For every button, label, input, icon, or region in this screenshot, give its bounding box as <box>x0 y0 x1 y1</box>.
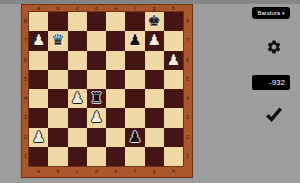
square-b1[interactable] <box>48 147 67 166</box>
file-label-b: b <box>48 169 67 174</box>
rank-label-5: 5 <box>22 70 29 89</box>
square-f1[interactable] <box>125 147 144 166</box>
square-g2[interactable] <box>145 128 164 147</box>
square-a7[interactable]: ♟ <box>29 31 48 50</box>
square-h8[interactable] <box>164 12 183 31</box>
file-label-a: a <box>29 169 48 174</box>
rank-label-4: 4 <box>183 89 192 108</box>
square-e3[interactable] <box>106 108 125 127</box>
rank-label-7: 7 <box>183 31 192 50</box>
square-d3[interactable]: ♟ <box>87 108 106 127</box>
eval-display[interactable]: -932 <box>252 75 290 90</box>
app-screen: abcdefgh 87654321 ♚♟♛♟♟♟♟♜♟♟♟ 87654321 a… <box>0 0 300 183</box>
rank-label-3: 3 <box>22 108 29 127</box>
square-c1[interactable] <box>68 147 87 166</box>
square-h2[interactable] <box>164 128 183 147</box>
square-h4[interactable] <box>164 89 183 108</box>
white-pawn: ♟ <box>164 51 183 70</box>
chess-board-frame: abcdefgh 87654321 ♚♟♛♟♟♟♟♜♟♟♟ 87654321 a… <box>21 4 193 178</box>
square-f5[interactable] <box>125 70 144 89</box>
square-d7[interactable] <box>87 31 106 50</box>
square-h6[interactable]: ♟ <box>164 51 183 70</box>
square-f8[interactable] <box>125 12 144 31</box>
rank-label-8: 8 <box>22 12 29 31</box>
white-pawn: ♟ <box>87 108 106 127</box>
square-e6[interactable] <box>106 51 125 70</box>
rank-label-6: 6 <box>22 51 29 70</box>
square-g1[interactable] <box>145 147 164 166</box>
rank-label-1: 1 <box>183 147 192 166</box>
square-b4[interactable] <box>48 89 67 108</box>
engine-select-label: Bandura <box>257 10 280 16</box>
square-g7[interactable]: ♟ <box>145 31 164 50</box>
rank-label-3: 3 <box>183 108 192 127</box>
square-h1[interactable] <box>164 147 183 166</box>
file-label-e: e <box>106 169 125 174</box>
file-labels-top: abcdefgh <box>29 5 183 12</box>
square-c2[interactable] <box>68 128 87 147</box>
rank-label-1: 1 <box>22 147 29 166</box>
square-g5[interactable] <box>145 70 164 89</box>
chess-board: ♚♟♛♟♟♟♟♜♟♟♟ <box>29 12 183 166</box>
square-e7[interactable] <box>106 31 125 50</box>
square-h7[interactable] <box>164 31 183 50</box>
square-f2[interactable]: ♟ <box>125 128 144 147</box>
rank-labels-left: 87654321 <box>22 12 29 166</box>
square-a2[interactable]: ♟ <box>29 128 48 147</box>
square-a4[interactable] <box>29 89 48 108</box>
square-h3[interactable] <box>164 108 183 127</box>
check-icon <box>264 112 284 127</box>
square-h5[interactable] <box>164 70 183 89</box>
square-f6[interactable] <box>125 51 144 70</box>
square-c5[interactable] <box>68 70 87 89</box>
square-c4[interactable]: ♟ <box>68 89 87 108</box>
file-label-h: h <box>164 169 183 174</box>
square-d2[interactable] <box>87 128 106 147</box>
black-pawn: ♟ <box>125 128 144 147</box>
square-c7[interactable] <box>68 31 87 50</box>
rank-label-7: 7 <box>22 31 29 50</box>
square-f4[interactable] <box>125 89 144 108</box>
confirm-button[interactable] <box>264 104 284 124</box>
square-a3[interactable] <box>29 108 48 127</box>
square-b3[interactable] <box>48 108 67 127</box>
rank-label-8: 8 <box>183 12 192 31</box>
file-label-a: a <box>29 6 48 11</box>
square-f3[interactable] <box>125 108 144 127</box>
square-g6[interactable] <box>145 51 164 70</box>
black-pawn: ♟ <box>125 31 144 50</box>
rank-labels-right: 87654321 <box>183 12 192 166</box>
gear-icon <box>266 43 282 58</box>
square-e5[interactable] <box>106 70 125 89</box>
settings-button[interactable] <box>266 39 282 55</box>
black-rook: ♜ <box>87 89 106 108</box>
square-a6[interactable] <box>29 51 48 70</box>
file-label-d: d <box>87 169 106 174</box>
chevron-down-icon: ▾ <box>282 10 285 16</box>
white-pawn: ♟ <box>29 128 48 147</box>
square-g4[interactable] <box>145 89 164 108</box>
square-c3[interactable] <box>68 108 87 127</box>
square-d6[interactable] <box>87 51 106 70</box>
file-label-b: b <box>48 6 67 11</box>
rank-label-2: 2 <box>22 128 29 147</box>
engine-select-button[interactable]: Bandura ▾ <box>252 7 290 19</box>
white-pawn: ♟ <box>68 89 87 108</box>
square-a1[interactable] <box>29 147 48 166</box>
square-b7[interactable]: ♛ <box>48 31 67 50</box>
square-a5[interactable] <box>29 70 48 89</box>
square-b5[interactable] <box>48 70 67 89</box>
file-label-g: g <box>145 169 164 174</box>
eval-value: -932 <box>269 78 285 87</box>
square-a8[interactable] <box>29 12 48 31</box>
black-king: ♚ <box>145 12 164 31</box>
square-b8[interactable] <box>48 12 67 31</box>
file-label-e: e <box>106 6 125 11</box>
rank-label-2: 2 <box>183 128 192 147</box>
file-label-d: d <box>87 6 106 11</box>
square-c8[interactable] <box>68 12 87 31</box>
file-label-c: c <box>68 169 87 174</box>
square-e2[interactable] <box>106 128 125 147</box>
file-label-h: h <box>164 6 183 11</box>
file-label-c: c <box>68 6 87 11</box>
square-b6[interactable] <box>48 51 67 70</box>
file-label-g: g <box>145 6 164 11</box>
file-label-f: f <box>125 6 144 11</box>
square-e4[interactable] <box>106 89 125 108</box>
rank-label-5: 5 <box>183 70 192 89</box>
square-b2[interactable] <box>48 128 67 147</box>
square-d5[interactable] <box>87 70 106 89</box>
square-e1[interactable] <box>106 147 125 166</box>
rank-label-6: 6 <box>183 51 192 70</box>
file-labels-bottom: abcdefgh <box>29 166 183 177</box>
black-queen: ♛ <box>48 31 67 50</box>
square-d1[interactable] <box>87 147 106 166</box>
rank-label-4: 4 <box>22 89 29 108</box>
white-pawn: ♟ <box>145 31 164 50</box>
square-e8[interactable] <box>106 12 125 31</box>
square-g3[interactable] <box>145 108 164 127</box>
square-f7[interactable]: ♟ <box>125 31 144 50</box>
square-d4[interactable]: ♜ <box>87 89 106 108</box>
square-g8[interactable]: ♚ <box>145 12 164 31</box>
square-d8[interactable] <box>87 12 106 31</box>
file-label-f: f <box>125 169 144 174</box>
white-pawn: ♟ <box>29 31 48 50</box>
square-c6[interactable] <box>68 51 87 70</box>
